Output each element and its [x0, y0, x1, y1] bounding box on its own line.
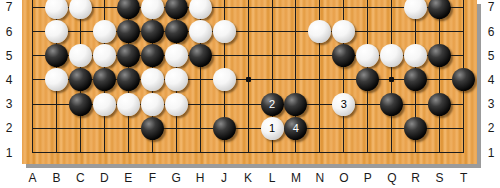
- move-number-1: 1: [269, 123, 275, 134]
- stone-white-E3[interactable]: [117, 93, 140, 116]
- stone-white-N6[interactable]: [308, 20, 331, 43]
- col-label-S: S: [430, 171, 450, 185]
- stone-black-G6[interactable]: [165, 20, 188, 43]
- stone-black-C4[interactable]: [69, 68, 92, 91]
- stone-white-P5[interactable]: [356, 44, 379, 67]
- stone-black-F6[interactable]: [141, 20, 164, 43]
- stone-black-E6[interactable]: [117, 20, 140, 43]
- row-label-left-5: 5: [2, 49, 16, 63]
- row-label-left-1: 1: [2, 146, 16, 160]
- stone-white-O3[interactable]: 3: [332, 93, 355, 116]
- stone-white-D5[interactable]: [93, 44, 116, 67]
- stone-black-R2[interactable]: [404, 117, 427, 140]
- stone-black-M3[interactable]: [284, 93, 307, 116]
- stone-black-S7[interactable]: [428, 0, 451, 19]
- col-label-K: K: [238, 171, 258, 185]
- move-number-2: 2: [269, 99, 275, 110]
- stone-white-R5[interactable]: [404, 44, 427, 67]
- stone-black-D4[interactable]: [93, 68, 116, 91]
- col-label-T: T: [454, 171, 474, 185]
- col-label-L: L: [262, 171, 282, 185]
- col-label-N: N: [310, 171, 330, 185]
- go-game-screenshot: 2314 7654321 7654321 ABCDEFGHJKLMNOPQRST: [0, 0, 500, 188]
- stone-black-H5[interactable]: [189, 44, 212, 67]
- stone-white-F7[interactable]: [141, 0, 164, 19]
- row-label-right-4: 4: [484, 73, 498, 87]
- row-label-left-4: 4: [2, 73, 16, 87]
- stone-black-Q3[interactable]: [380, 93, 403, 116]
- stone-white-O6[interactable]: [332, 20, 355, 43]
- grid-hline-7: [32, 7, 464, 8]
- col-label-E: E: [118, 171, 138, 185]
- stone-white-H6[interactable]: [189, 20, 212, 43]
- col-label-D: D: [94, 171, 114, 185]
- stone-black-P4[interactable]: [356, 68, 379, 91]
- stone-white-B4[interactable]: [45, 68, 68, 91]
- stone-black-S3[interactable]: [428, 93, 451, 116]
- stone-white-F4[interactable]: [141, 68, 164, 91]
- row-label-right-7: 7: [484, 0, 498, 14]
- stone-white-Q5[interactable]: [380, 44, 403, 67]
- stone-black-B5[interactable]: [45, 44, 68, 67]
- col-label-O: O: [334, 171, 354, 185]
- col-label-B: B: [47, 171, 67, 185]
- stone-black-R4[interactable]: [404, 68, 427, 91]
- col-label-J: J: [214, 171, 234, 185]
- col-label-A: A: [23, 171, 43, 185]
- stone-black-G7[interactable]: [165, 0, 188, 19]
- star-point-K4: [246, 77, 251, 82]
- stone-white-C7[interactable]: [69, 0, 92, 19]
- star-point-Q4: [389, 77, 394, 82]
- stone-black-C3[interactable]: [69, 93, 92, 116]
- row-label-right-5: 5: [484, 49, 498, 63]
- col-label-M: M: [286, 171, 306, 185]
- move-number-4: 4: [293, 123, 299, 134]
- move-number-3: 3: [341, 99, 347, 110]
- row-label-left-6: 6: [2, 25, 16, 39]
- col-label-P: P: [358, 171, 378, 185]
- col-label-C: C: [70, 171, 90, 185]
- grid-vline-S: [439, 0, 440, 153]
- stone-white-B6[interactable]: [45, 20, 68, 43]
- stone-black-J2[interactable]: [213, 117, 236, 140]
- row-label-right-3: 3: [484, 97, 498, 111]
- stone-white-J6[interactable]: [213, 20, 236, 43]
- col-label-G: G: [166, 171, 186, 185]
- col-label-Q: Q: [382, 171, 402, 185]
- stone-white-G3[interactable]: [165, 93, 188, 116]
- stone-black-L3[interactable]: 2: [261, 93, 284, 116]
- stone-white-C5[interactable]: [69, 44, 92, 67]
- stone-white-R7[interactable]: [404, 0, 427, 19]
- stone-white-D3[interactable]: [93, 93, 116, 116]
- stone-black-F2[interactable]: [141, 117, 164, 140]
- stone-black-T4[interactable]: [452, 68, 475, 91]
- stone-black-E5[interactable]: [117, 44, 140, 67]
- stone-black-E4[interactable]: [117, 68, 140, 91]
- col-label-F: F: [142, 171, 162, 185]
- row-label-left-2: 2: [2, 121, 16, 135]
- col-label-R: R: [406, 171, 426, 185]
- stone-black-O5[interactable]: [332, 44, 355, 67]
- row-label-right-2: 2: [484, 121, 498, 135]
- row-label-right-6: 6: [484, 25, 498, 39]
- col-label-H: H: [190, 171, 210, 185]
- grid-hline-1: [32, 152, 464, 153]
- stone-white-J4[interactable]: [213, 68, 236, 91]
- row-label-left-7: 7: [2, 0, 16, 14]
- grid-hline-2: [32, 128, 464, 129]
- stone-black-S5[interactable]: [428, 44, 451, 67]
- stone-white-D6[interactable]: [93, 20, 116, 43]
- stone-white-L2[interactable]: 1: [261, 117, 284, 140]
- row-label-left-3: 3: [2, 97, 16, 111]
- stone-white-G5[interactable]: [165, 44, 188, 67]
- stone-white-G4[interactable]: [165, 68, 188, 91]
- stone-black-F5[interactable]: [141, 44, 164, 67]
- grid-vline-A: [32, 0, 33, 153]
- stone-black-E7[interactable]: [117, 0, 140, 19]
- go-board[interactable]: 2314: [22, 0, 477, 164]
- row-label-right-1: 1: [484, 146, 498, 160]
- stone-white-B7[interactable]: [45, 0, 68, 19]
- stone-white-F3[interactable]: [141, 93, 164, 116]
- stone-white-H7[interactable]: [189, 0, 212, 19]
- stone-black-M2[interactable]: 4: [284, 117, 307, 140]
